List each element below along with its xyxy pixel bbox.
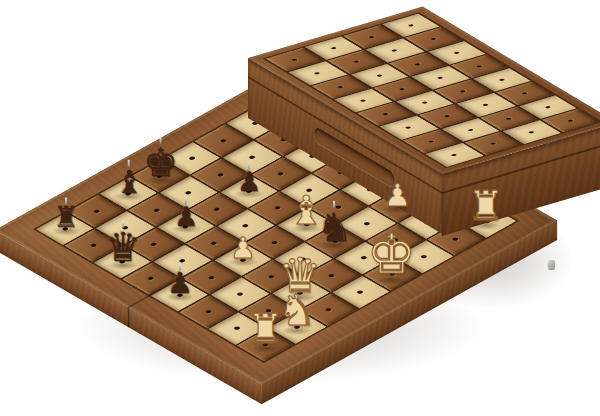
piece-dark-rook-a8[interactable]: ♜ — [53, 203, 79, 232]
rook-glyph: ♜ — [247, 308, 284, 349]
tactile-pin — [248, 162, 250, 169]
brass-hinge — [548, 260, 555, 269]
tactile-pin — [179, 263, 181, 270]
piece-dark-pawn-c6[interactable]: ♟ — [174, 203, 198, 230]
rook-glyph: ♜ — [53, 203, 79, 232]
product-photo-scene: ♜♝♚♛♟♟♟♟♝♞♟♛♞♜♚♜ — [0, 0, 600, 416]
queen-glyph: ♛ — [105, 227, 141, 267]
piece-dark-pawn-a4[interactable]: ♟ — [167, 269, 193, 298]
king-glyph: ♚ — [367, 226, 416, 281]
piece-dark-king-d8[interactable]: ♚ — [143, 142, 178, 181]
piece-dark-bishop-c8[interactable]: ♝ — [115, 166, 144, 198]
tactile-pin — [122, 221, 124, 228]
knight-glyph: ♞ — [317, 206, 353, 246]
pawn-glyph: ♟ — [167, 269, 193, 298]
piece-light-rook-h1[interactable]: ♜ — [468, 186, 505, 227]
king-glyph: ♚ — [143, 142, 178, 181]
pawn-glyph: ♟ — [174, 203, 198, 230]
bishop-glyph: ♝ — [115, 166, 144, 198]
pawn-glyph: ♟ — [230, 234, 256, 263]
tactile-pin — [333, 200, 335, 207]
piece-light-rook-a1[interactable]: ♜ — [247, 308, 284, 349]
piece-light-pawn-g3[interactable]: ♟ — [384, 179, 412, 210]
tactile-pin — [65, 197, 67, 204]
rook-glyph: ♜ — [468, 186, 505, 227]
piece-dark-knight-e3[interactable]: ♞ — [317, 206, 353, 246]
pawn-glyph: ♟ — [237, 168, 261, 195]
piece-dark-pawn-e6[interactable]: ♟ — [237, 168, 261, 195]
tactile-pin — [185, 197, 187, 204]
piece-dark-queen-a6[interactable]: ♛ — [105, 227, 141, 267]
piece-light-pawn-c4[interactable]: ♟ — [230, 234, 256, 263]
piece-light-king-e1[interactable]: ♚ — [367, 226, 416, 281]
pawn-glyph: ♟ — [384, 179, 412, 210]
